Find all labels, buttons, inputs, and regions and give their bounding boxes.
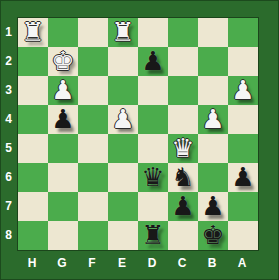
square-e7[interactable]	[108, 192, 138, 221]
white-king[interactable]: ♚	[51, 48, 74, 74]
square-a4[interactable]	[228, 105, 258, 134]
rank-label-7: 7	[0, 191, 17, 220]
file-label-c: C	[167, 249, 197, 277]
square-f6[interactable]	[78, 163, 108, 192]
square-e5[interactable]	[108, 134, 138, 163]
board-frame: 12345678 ♜♜♚♟♟♟♟♟♟♛♛♞♟♟♟♜♚ HGFEDCBA	[0, 0, 279, 280]
black-pawn[interactable]: ♟	[201, 193, 224, 219]
square-f7[interactable]	[78, 192, 108, 221]
square-h8[interactable]	[18, 221, 48, 250]
white-queen[interactable]: ♛	[171, 135, 194, 161]
white-pawn[interactable]: ♟	[51, 77, 74, 103]
square-d6[interactable]: ♛	[138, 163, 168, 192]
square-e1[interactable]: ♜	[108, 18, 138, 47]
square-a2[interactable]	[228, 47, 258, 76]
square-e6[interactable]	[108, 163, 138, 192]
square-h1[interactable]: ♜	[18, 18, 48, 47]
square-h7[interactable]	[18, 192, 48, 221]
square-h3[interactable]	[18, 76, 48, 105]
square-e8[interactable]	[108, 221, 138, 250]
file-label-d: D	[137, 249, 167, 277]
rank-label-3: 3	[0, 75, 17, 104]
file-label-h: H	[17, 249, 47, 277]
square-c4[interactable]	[168, 105, 198, 134]
square-c7[interactable]: ♟	[168, 192, 198, 221]
black-pawn[interactable]: ♟	[171, 193, 194, 219]
square-c1[interactable]	[168, 18, 198, 47]
square-g3[interactable]: ♟	[48, 76, 78, 105]
square-c8[interactable]	[168, 221, 198, 250]
square-d7[interactable]	[138, 192, 168, 221]
file-label-f: F	[77, 249, 107, 277]
square-f2[interactable]	[78, 47, 108, 76]
file-label-b: B	[197, 249, 227, 277]
square-g6[interactable]	[48, 163, 78, 192]
square-b4[interactable]: ♟	[198, 105, 228, 134]
black-pawn[interactable]: ♟	[231, 164, 254, 190]
square-a5[interactable]	[228, 134, 258, 163]
square-f8[interactable]	[78, 221, 108, 250]
square-f3[interactable]	[78, 76, 108, 105]
square-a1[interactable]	[228, 18, 258, 47]
rank-label-1: 1	[0, 17, 17, 46]
black-king[interactable]: ♚	[201, 222, 224, 248]
rank-label-4: 4	[0, 104, 17, 133]
square-f4[interactable]	[78, 105, 108, 134]
black-rook[interactable]: ♜	[141, 222, 164, 248]
white-pawn[interactable]: ♟	[201, 106, 224, 132]
black-queen[interactable]: ♛	[141, 164, 164, 190]
square-d2[interactable]: ♟	[138, 47, 168, 76]
square-d3[interactable]	[138, 76, 168, 105]
black-pawn[interactable]: ♟	[141, 48, 164, 74]
square-h6[interactable]	[18, 163, 48, 192]
square-g1[interactable]	[48, 18, 78, 47]
black-knight[interactable]: ♞	[171, 164, 194, 190]
square-f5[interactable]	[78, 134, 108, 163]
square-g4[interactable]: ♟	[48, 105, 78, 134]
square-b3[interactable]	[198, 76, 228, 105]
square-d5[interactable]	[138, 134, 168, 163]
rank-label-6: 6	[0, 162, 17, 191]
square-g7[interactable]	[48, 192, 78, 221]
square-h4[interactable]	[18, 105, 48, 134]
square-g2[interactable]: ♚	[48, 47, 78, 76]
black-pawn[interactable]: ♟	[51, 106, 74, 132]
file-label-e: E	[107, 249, 137, 277]
white-rook[interactable]: ♜	[21, 19, 44, 45]
square-b2[interactable]	[198, 47, 228, 76]
square-e2[interactable]	[108, 47, 138, 76]
square-b5[interactable]	[198, 134, 228, 163]
square-h5[interactable]	[18, 134, 48, 163]
white-pawn[interactable]: ♟	[231, 77, 254, 103]
square-c3[interactable]	[168, 76, 198, 105]
square-c2[interactable]	[168, 47, 198, 76]
square-a7[interactable]	[228, 192, 258, 221]
square-b7[interactable]: ♟	[198, 192, 228, 221]
square-e4[interactable]: ♟	[108, 105, 138, 134]
square-c6[interactable]: ♞	[168, 163, 198, 192]
square-d8[interactable]: ♜	[138, 221, 168, 250]
file-labels: HGFEDCBA	[17, 249, 257, 277]
square-b1[interactable]	[198, 18, 228, 47]
square-g8[interactable]	[48, 221, 78, 250]
square-f1[interactable]	[78, 18, 108, 47]
file-label-g: G	[47, 249, 77, 277]
rank-label-2: 2	[0, 46, 17, 75]
square-a8[interactable]	[228, 221, 258, 250]
square-d4[interactable]	[138, 105, 168, 134]
white-rook[interactable]: ♜	[111, 19, 134, 45]
square-b6[interactable]	[198, 163, 228, 192]
white-pawn[interactable]: ♟	[111, 106, 134, 132]
square-g5[interactable]	[48, 134, 78, 163]
rank-label-8: 8	[0, 220, 17, 249]
square-c5[interactable]: ♛	[168, 134, 198, 163]
file-label-a: A	[227, 249, 257, 277]
square-e3[interactable]	[108, 76, 138, 105]
rank-label-5: 5	[0, 133, 17, 162]
square-a3[interactable]: ♟	[228, 76, 258, 105]
rank-labels: 12345678	[0, 17, 17, 249]
square-b8[interactable]: ♚	[198, 221, 228, 250]
square-d1[interactable]	[138, 18, 168, 47]
square-h2[interactable]	[18, 47, 48, 76]
square-a6[interactable]: ♟	[228, 163, 258, 192]
chess-board: ♜♜♚♟♟♟♟♟♟♛♛♞♟♟♟♜♚	[17, 17, 259, 251]
